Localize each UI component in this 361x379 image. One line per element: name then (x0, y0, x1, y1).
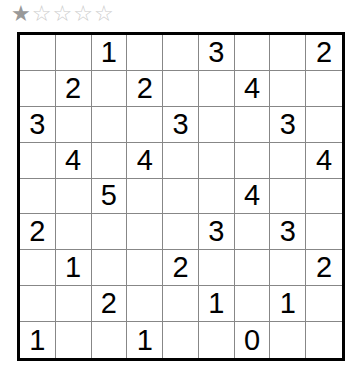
cell-empty[interactable] (235, 143, 271, 179)
cell-empty[interactable] (306, 179, 342, 215)
cell-empty[interactable] (127, 214, 163, 250)
cell-empty[interactable] (163, 322, 199, 358)
cell-clue: 2 (92, 286, 128, 322)
cell-clue: 5 (92, 179, 128, 215)
cell-empty[interactable] (235, 250, 271, 286)
cell-clue: 1 (56, 250, 92, 286)
star-rating: ★☆☆☆☆ (11, 2, 115, 26)
cell-empty[interactable] (127, 250, 163, 286)
cell-empty[interactable] (56, 214, 92, 250)
cell-clue: 1 (92, 35, 128, 71)
cell-empty[interactable] (92, 71, 128, 107)
cell-empty[interactable] (127, 286, 163, 322)
cell-empty[interactable] (92, 214, 128, 250)
cell-clue: 1 (199, 286, 235, 322)
cell-empty[interactable] (92, 107, 128, 143)
cell-empty[interactable] (199, 71, 235, 107)
cell-empty[interactable] (270, 179, 306, 215)
cell-empty[interactable] (163, 35, 199, 71)
cell-empty[interactable] (306, 322, 342, 358)
cell-clue: 0 (235, 322, 271, 358)
cell-empty[interactable] (306, 286, 342, 322)
cell-clue: 3 (163, 107, 199, 143)
star-empty-icon: ☆ (52, 1, 73, 26)
cell-empty[interactable] (199, 322, 235, 358)
star-empty-icon: ☆ (73, 1, 94, 26)
cell-empty[interactable] (235, 286, 271, 322)
cell-clue: 3 (199, 214, 235, 250)
cell-empty[interactable] (199, 179, 235, 215)
cell-empty[interactable] (92, 322, 128, 358)
cell-empty[interactable] (20, 71, 56, 107)
star-filled-icon: ★ (11, 1, 32, 26)
cell-empty[interactable] (163, 179, 199, 215)
cell-clue: 1 (270, 286, 306, 322)
cell-clue: 4 (235, 179, 271, 215)
cell-empty[interactable] (163, 214, 199, 250)
cell-empty[interactable] (270, 250, 306, 286)
cell-empty[interactable] (270, 35, 306, 71)
star-empty-icon: ☆ (32, 1, 53, 26)
cell-clue: 4 (235, 71, 271, 107)
cell-clue: 3 (270, 214, 306, 250)
cell-clue: 3 (199, 35, 235, 71)
cell-empty[interactable] (235, 214, 271, 250)
cell-empty[interactable] (127, 107, 163, 143)
star-empty-icon: ☆ (94, 1, 115, 26)
cell-empty[interactable] (306, 214, 342, 250)
cell-clue: 2 (20, 214, 56, 250)
cell-empty[interactable] (127, 179, 163, 215)
cell-empty[interactable] (56, 35, 92, 71)
cell-empty[interactable] (163, 286, 199, 322)
cell-empty[interactable] (127, 35, 163, 71)
cell-empty[interactable] (199, 143, 235, 179)
cell-empty[interactable] (56, 286, 92, 322)
cell-empty[interactable] (20, 286, 56, 322)
cell-empty[interactable] (235, 35, 271, 71)
cell-clue: 4 (56, 143, 92, 179)
cell-empty[interactable] (235, 107, 271, 143)
cell-empty[interactable] (20, 250, 56, 286)
cell-empty[interactable] (56, 179, 92, 215)
cell-empty[interactable] (163, 71, 199, 107)
cell-empty[interactable] (199, 250, 235, 286)
cell-clue: 4 (127, 143, 163, 179)
cell-empty[interactable] (199, 107, 235, 143)
cell-empty[interactable] (270, 71, 306, 107)
cell-empty[interactable] (163, 143, 199, 179)
cell-empty[interactable] (92, 250, 128, 286)
cell-clue: 1 (20, 322, 56, 358)
cell-clue: 4 (306, 143, 342, 179)
cell-empty[interactable] (20, 143, 56, 179)
cell-empty[interactable] (92, 143, 128, 179)
cell-empty[interactable] (56, 107, 92, 143)
cell-empty[interactable] (306, 71, 342, 107)
board: 13222433344454233122211110 (17, 32, 345, 361)
cell-clue: 3 (20, 107, 56, 143)
cell-clue: 2 (163, 250, 199, 286)
cell-clue: 2 (127, 71, 163, 107)
cell-empty[interactable] (20, 179, 56, 215)
cell-empty[interactable] (306, 107, 342, 143)
cell-empty[interactable] (56, 322, 92, 358)
cell-empty[interactable] (270, 143, 306, 179)
cell-empty[interactable] (270, 322, 306, 358)
cell-clue: 2 (306, 250, 342, 286)
cell-clue: 3 (270, 107, 306, 143)
cell-clue: 1 (127, 322, 163, 358)
cell-clue: 2 (56, 71, 92, 107)
cell-clue: 2 (306, 35, 342, 71)
cell-empty[interactable] (20, 35, 56, 71)
